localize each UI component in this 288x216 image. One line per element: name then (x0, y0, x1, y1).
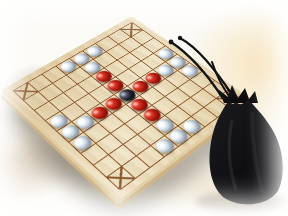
bag-shadow (195, 192, 288, 212)
product-photo (0, 0, 288, 216)
bag-folds (229, 112, 262, 192)
cord-end-knot (178, 36, 182, 40)
